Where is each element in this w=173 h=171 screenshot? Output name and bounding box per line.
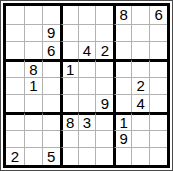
cell-r4c4[interactable]: 1 <box>60 59 78 77</box>
cell-r7c7[interactable]: 1 <box>113 112 131 130</box>
cell-r3c8[interactable] <box>131 41 149 59</box>
cell-r1c6[interactable] <box>95 6 113 24</box>
cell-r7c9[interactable] <box>149 112 167 130</box>
cell-r6c6[interactable]: 9 <box>95 94 113 112</box>
cell-r4c5[interactable] <box>78 59 96 77</box>
cell-r6c4[interactable] <box>60 94 78 112</box>
cell-r2c1[interactable] <box>6 24 24 42</box>
cell-r8c3[interactable] <box>42 130 60 148</box>
cell-r8c6[interactable] <box>95 130 113 148</box>
cell-r5c3[interactable] <box>42 77 60 95</box>
cell-r7c2[interactable] <box>24 112 42 130</box>
cell-r9c6[interactable] <box>95 147 113 165</box>
cell-r9c4[interactable] <box>60 147 78 165</box>
cell-r3c6[interactable]: 2 <box>95 41 113 59</box>
cell-r2c4[interactable] <box>60 24 78 42</box>
cell-r6c5[interactable] <box>78 94 96 112</box>
cell-r9c5[interactable] <box>78 147 96 165</box>
cell-r3c3[interactable]: 6 <box>42 41 60 59</box>
cell-r7c8[interactable] <box>131 112 149 130</box>
cell-r6c3[interactable] <box>42 94 60 112</box>
sudoku-image-frame: 869642811294831925 <box>0 0 173 171</box>
cell-r2c9[interactable] <box>149 24 167 42</box>
cell-r8c8[interactable] <box>131 130 149 148</box>
cell-r8c7[interactable]: 9 <box>113 130 131 148</box>
cell-r9c1[interactable]: 2 <box>6 147 24 165</box>
cell-r5c4[interactable] <box>60 77 78 95</box>
cell-r2c2[interactable] <box>24 24 42 42</box>
cell-r4c7[interactable] <box>113 59 131 77</box>
cell-r7c3[interactable] <box>42 112 60 130</box>
cell-r1c9[interactable]: 6 <box>149 6 167 24</box>
cell-r3c7[interactable] <box>113 41 131 59</box>
cell-r1c1[interactable] <box>6 6 24 24</box>
cell-r1c4[interactable] <box>60 6 78 24</box>
cell-r1c8[interactable] <box>131 6 149 24</box>
cell-r3c5[interactable]: 4 <box>78 41 96 59</box>
cell-r2c3[interactable]: 9 <box>42 24 60 42</box>
cell-r1c2[interactable] <box>24 6 42 24</box>
cell-r5c9[interactable] <box>149 77 167 95</box>
cell-r5c7[interactable] <box>113 77 131 95</box>
cell-r3c9[interactable] <box>149 41 167 59</box>
cell-r8c9[interactable] <box>149 130 167 148</box>
cell-r6c8[interactable]: 4 <box>131 94 149 112</box>
cell-r4c6[interactable] <box>95 59 113 77</box>
cell-r1c7[interactable]: 8 <box>113 6 131 24</box>
cell-r9c3[interactable]: 5 <box>42 147 60 165</box>
cell-r7c6[interactable] <box>95 112 113 130</box>
cell-r4c8[interactable] <box>131 59 149 77</box>
cell-r4c3[interactable] <box>42 59 60 77</box>
cell-r8c5[interactable] <box>78 130 96 148</box>
cell-r3c2[interactable] <box>24 41 42 59</box>
cell-r9c8[interactable] <box>131 147 149 165</box>
cell-r6c9[interactable] <box>149 94 167 112</box>
cell-r9c2[interactable] <box>24 147 42 165</box>
cell-r7c1[interactable] <box>6 112 24 130</box>
cell-r7c5[interactable]: 3 <box>78 112 96 130</box>
cell-r5c6[interactable] <box>95 77 113 95</box>
cell-r6c7[interactable] <box>113 94 131 112</box>
cell-r4c9[interactable] <box>149 59 167 77</box>
cell-r2c7[interactable] <box>113 24 131 42</box>
cell-r1c5[interactable] <box>78 6 96 24</box>
cell-r3c4[interactable] <box>60 41 78 59</box>
cell-r2c8[interactable] <box>131 24 149 42</box>
cell-r2c6[interactable] <box>95 24 113 42</box>
cell-r8c4[interactable] <box>60 130 78 148</box>
cell-r8c2[interactable] <box>24 130 42 148</box>
cell-r5c8[interactable]: 2 <box>131 77 149 95</box>
cell-r6c1[interactable] <box>6 94 24 112</box>
sudoku-board: 869642811294831925 <box>3 3 170 168</box>
cell-r4c1[interactable] <box>6 59 24 77</box>
cell-r1c3[interactable] <box>42 6 60 24</box>
cell-r5c1[interactable] <box>6 77 24 95</box>
cell-r5c5[interactable] <box>78 77 96 95</box>
cell-r3c1[interactable] <box>6 41 24 59</box>
cell-r8c1[interactable] <box>6 130 24 148</box>
cell-r5c2[interactable]: 1 <box>24 77 42 95</box>
cell-r9c9[interactable] <box>149 147 167 165</box>
cell-r4c2[interactable]: 8 <box>24 59 42 77</box>
cell-r7c4[interactable]: 8 <box>60 112 78 130</box>
cell-r2c5[interactable] <box>78 24 96 42</box>
cell-r9c7[interactable] <box>113 147 131 165</box>
cell-r6c2[interactable] <box>24 94 42 112</box>
